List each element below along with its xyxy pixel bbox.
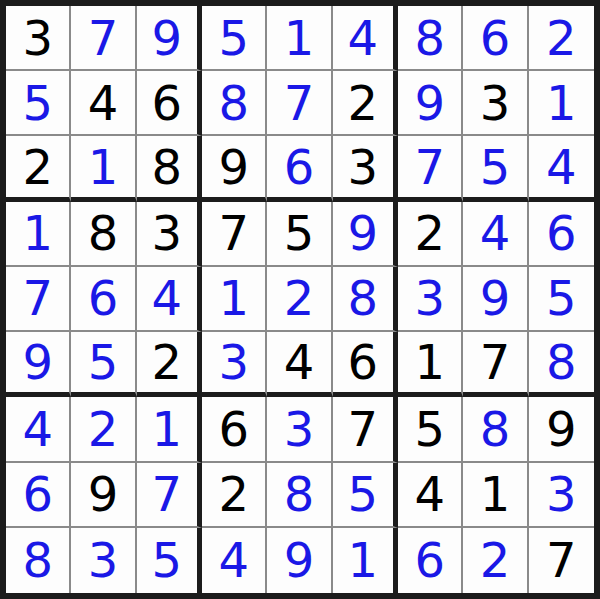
- cell-digit: 7: [22, 274, 53, 322]
- cell-digit: 5: [88, 338, 119, 386]
- cell-digit: 6: [348, 338, 379, 386]
- cell-r4c6[interactable]: 9: [333, 202, 398, 267]
- cell-digit: 9: [88, 470, 119, 518]
- cell-r7c8[interactable]: 8: [463, 397, 528, 462]
- cell-digit: 8: [152, 143, 183, 191]
- cell-r9c3[interactable]: 5: [137, 528, 202, 593]
- cell-r4c5[interactable]: 5: [267, 202, 332, 267]
- cell-digit: 6: [88, 274, 119, 322]
- cell-r9c8[interactable]: 2: [463, 528, 528, 593]
- cell-r1c8[interactable]: 6: [463, 6, 528, 71]
- cell-r1c2[interactable]: 7: [71, 6, 136, 71]
- cell-r8c7[interactable]: 4: [398, 463, 463, 528]
- cell-digit: 5: [480, 143, 511, 191]
- cell-digit: 6: [22, 470, 53, 518]
- cell-digit: 3: [480, 79, 511, 127]
- cell-digit: 9: [546, 405, 577, 453]
- cell-digit: 4: [284, 338, 315, 386]
- cell-digit: 6: [152, 79, 183, 127]
- cell-r2c2[interactable]: 4: [71, 71, 136, 136]
- cell-digit: 3: [22, 14, 53, 62]
- cell-r7c1[interactable]: 4: [6, 397, 71, 462]
- cell-r9c1[interactable]: 8: [6, 528, 71, 593]
- cell-r6c7[interactable]: 1: [398, 332, 463, 397]
- cell-digit: 5: [284, 209, 315, 257]
- cell-digit: 1: [22, 209, 53, 257]
- cell-digit: 2: [284, 274, 315, 322]
- cell-digit: 9: [414, 79, 445, 127]
- cell-r7c3[interactable]: 1: [137, 397, 202, 462]
- cell-r8c3[interactable]: 7: [137, 463, 202, 528]
- cell-r1c4[interactable]: 5: [202, 6, 267, 71]
- cell-r1c1[interactable]: 3: [6, 6, 71, 71]
- cell-digit: 8: [22, 536, 53, 584]
- cell-digit: 6: [480, 14, 511, 62]
- cell-r5c1[interactable]: 7: [6, 267, 71, 332]
- cell-r2c6[interactable]: 2: [333, 71, 398, 136]
- cell-digit: 5: [546, 274, 577, 322]
- cell-r8c6[interactable]: 5: [333, 463, 398, 528]
- cell-digit: 7: [88, 14, 119, 62]
- cell-r1c6[interactable]: 4: [333, 6, 398, 71]
- cell-r4c2[interactable]: 8: [71, 202, 136, 267]
- cell-digit: 7: [414, 143, 445, 191]
- cell-digit: 6: [414, 536, 445, 584]
- cell-digit: 2: [22, 143, 53, 191]
- cell-r6c9[interactable]: 8: [529, 332, 594, 397]
- cell-r8c9[interactable]: 3: [529, 463, 594, 528]
- cell-digit: 3: [414, 274, 445, 322]
- cell-r3c2[interactable]: 1: [71, 136, 136, 201]
- cell-r7c2[interactable]: 2: [71, 397, 136, 462]
- cell-digit: 9: [284, 536, 315, 584]
- cell-digit: 5: [348, 470, 379, 518]
- cell-r8c2[interactable]: 9: [71, 463, 136, 528]
- cell-digit: 1: [348, 536, 379, 584]
- cell-r3c3[interactable]: 8: [137, 136, 202, 201]
- cell-r2c4[interactable]: 8: [202, 71, 267, 136]
- cell-r9c5[interactable]: 9: [267, 528, 332, 593]
- cell-r4c8[interactable]: 4: [463, 202, 528, 267]
- cell-digit: 2: [480, 536, 511, 584]
- cell-r6c1[interactable]: 9: [6, 332, 71, 397]
- cell-digit: 9: [480, 274, 511, 322]
- cell-r8c4[interactable]: 2: [202, 463, 267, 528]
- cell-digit: 7: [218, 209, 249, 257]
- cell-digit: 8: [480, 405, 511, 453]
- cell-r9c9[interactable]: 7: [529, 528, 594, 593]
- cell-r6c6[interactable]: 6: [333, 332, 398, 397]
- cell-digit: 6: [546, 209, 577, 257]
- cell-r1c5[interactable]: 1: [267, 6, 332, 71]
- cell-digit: 7: [480, 338, 511, 386]
- cell-digit: 2: [414, 209, 445, 257]
- cell-digit: 4: [152, 274, 183, 322]
- cell-digit: 5: [218, 14, 249, 62]
- cell-digit: 1: [546, 79, 577, 127]
- cell-digit: 7: [546, 536, 577, 584]
- cell-digit: 6: [218, 405, 249, 453]
- cell-r3c4[interactable]: 9: [202, 136, 267, 201]
- cell-r4c3[interactable]: 3: [137, 202, 202, 267]
- cell-digit: 8: [546, 338, 577, 386]
- cell-r1c3[interactable]: 9: [137, 6, 202, 71]
- cell-digit: 9: [22, 338, 53, 386]
- cell-r6c4[interactable]: 3: [202, 332, 267, 397]
- cell-digit: 9: [152, 14, 183, 62]
- cell-r1c7[interactable]: 8: [398, 6, 463, 71]
- cell-r4c4[interactable]: 7: [202, 202, 267, 267]
- cell-digit: 5: [152, 536, 183, 584]
- cell-r6c3[interactable]: 2: [137, 332, 202, 397]
- cell-digit: 9: [218, 143, 249, 191]
- cell-r2c9[interactable]: 1: [529, 71, 594, 136]
- cell-r2c3[interactable]: 6: [137, 71, 202, 136]
- cell-digit: 1: [414, 338, 445, 386]
- cell-digit: 1: [480, 470, 511, 518]
- cell-digit: 7: [348, 405, 379, 453]
- cell-digit: 8: [218, 79, 249, 127]
- cell-r5c9[interactable]: 5: [529, 267, 594, 332]
- cell-digit: 1: [88, 143, 119, 191]
- cell-digit: 3: [88, 536, 119, 584]
- cell-digit: 1: [284, 14, 315, 62]
- cell-digit: 3: [284, 405, 315, 453]
- cell-digit: 1: [152, 405, 183, 453]
- cell-digit: 8: [348, 274, 379, 322]
- cell-r3c5[interactable]: 6: [267, 136, 332, 201]
- cell-r9c2[interactable]: 3: [71, 528, 136, 593]
- cell-r5c7[interactable]: 3: [398, 267, 463, 332]
- cell-r9c4[interactable]: 4: [202, 528, 267, 593]
- cell-r3c9[interactable]: 4: [529, 136, 594, 201]
- cell-r3c7[interactable]: 7: [398, 136, 463, 201]
- cell-r2c7[interactable]: 9: [398, 71, 463, 136]
- cell-r8c8[interactable]: 1: [463, 463, 528, 528]
- cell-r7c7[interactable]: 5: [398, 397, 463, 462]
- cell-r4c7[interactable]: 2: [398, 202, 463, 267]
- cell-digit: 4: [22, 405, 53, 453]
- cell-r6c8[interactable]: 7: [463, 332, 528, 397]
- cell-r4c1[interactable]: 1: [6, 202, 71, 267]
- cell-digit: 4: [546, 143, 577, 191]
- cell-digit: 8: [414, 14, 445, 62]
- cell-r1c9[interactable]: 2: [529, 6, 594, 71]
- sudoku-board: 3795148625468729312189637541837592467641…: [0, 0, 600, 599]
- cell-r5c2[interactable]: 6: [71, 267, 136, 332]
- cell-digit: 4: [218, 536, 249, 584]
- cell-r3c6[interactable]: 3: [333, 136, 398, 201]
- cell-digit: 2: [546, 14, 577, 62]
- cell-r4c9[interactable]: 6: [529, 202, 594, 267]
- cell-r5c4[interactable]: 1: [202, 267, 267, 332]
- cell-r2c8[interactable]: 3: [463, 71, 528, 136]
- cell-digit: 5: [414, 405, 445, 453]
- cell-r3c1[interactable]: 2: [6, 136, 71, 201]
- cell-digit: 4: [414, 470, 445, 518]
- cell-r6c5[interactable]: 4: [267, 332, 332, 397]
- cell-digit: 5: [22, 79, 53, 127]
- cell-r8c1[interactable]: 6: [6, 463, 71, 528]
- cell-digit: 1: [218, 274, 249, 322]
- cell-r5c3[interactable]: 4: [137, 267, 202, 332]
- cell-r3c8[interactable]: 5: [463, 136, 528, 201]
- cell-r2c1[interactable]: 5: [6, 71, 71, 136]
- cell-digit: 6: [284, 143, 315, 191]
- cell-r8c5[interactable]: 8: [267, 463, 332, 528]
- cell-digit: 8: [88, 209, 119, 257]
- cell-digit: 7: [152, 470, 183, 518]
- cell-digit: 8: [284, 470, 315, 518]
- cell-r7c5[interactable]: 3: [267, 397, 332, 462]
- cell-r9c7[interactable]: 6: [398, 528, 463, 593]
- cell-r7c9[interactable]: 9: [529, 397, 594, 462]
- cell-r6c2[interactable]: 5: [71, 332, 136, 397]
- cell-digit: 3: [546, 470, 577, 518]
- cell-digit: 4: [88, 79, 119, 127]
- cell-digit: 9: [348, 209, 379, 257]
- cell-r7c6[interactable]: 7: [333, 397, 398, 462]
- cell-digit: 2: [88, 405, 119, 453]
- cell-digit: 2: [152, 338, 183, 386]
- cell-digit: 2: [218, 470, 249, 518]
- cell-r9c6[interactable]: 1: [333, 528, 398, 593]
- cell-r7c4[interactable]: 6: [202, 397, 267, 462]
- cell-digit: 2: [348, 79, 379, 127]
- cell-r5c5[interactable]: 2: [267, 267, 332, 332]
- cell-r2c5[interactable]: 7: [267, 71, 332, 136]
- cell-digit: 4: [348, 14, 379, 62]
- cell-digit: 4: [480, 209, 511, 257]
- cell-r5c6[interactable]: 8: [333, 267, 398, 332]
- cell-r5c8[interactable]: 9: [463, 267, 528, 332]
- cell-digit: 7: [284, 79, 315, 127]
- cell-digit: 3: [152, 209, 183, 257]
- cell-digit: 3: [218, 338, 249, 386]
- cell-digit: 3: [348, 143, 379, 191]
